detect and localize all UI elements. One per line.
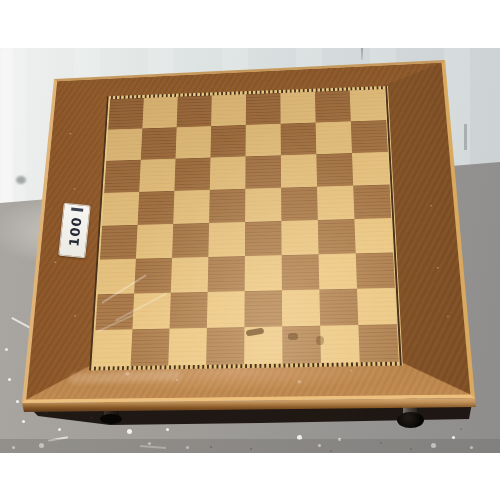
wall-smudge [16, 176, 26, 184]
lot-number: 100 [48, 215, 104, 247]
board-square [281, 154, 317, 188]
board-square [141, 127, 177, 159]
board-square [210, 125, 245, 158]
board-square [358, 324, 398, 362]
board-square [98, 259, 136, 295]
board-square [282, 326, 321, 364]
chess-board [89, 86, 403, 370]
board-square [102, 192, 139, 226]
board-square [207, 291, 245, 328]
board-square [316, 153, 353, 187]
board-square [320, 325, 360, 363]
board-square [138, 191, 175, 225]
board-square [171, 257, 209, 293]
board-square [351, 120, 388, 153]
letterbox-top [0, 0, 500, 48]
floor-shade [0, 439, 500, 453]
board-square [106, 128, 142, 160]
board-square [172, 223, 209, 258]
board-square [245, 221, 282, 256]
wall-bright-strip [0, 48, 13, 216]
photo: 100 [0, 0, 500, 500]
board-square [176, 126, 212, 159]
board-square [170, 292, 208, 329]
table-leg-foot [100, 414, 122, 424]
board-square [352, 152, 390, 186]
letterbox-bottom [0, 453, 500, 500]
paint-splatter [8, 378, 11, 381]
board-square [357, 288, 397, 325]
board-square [281, 123, 317, 156]
board-square [136, 224, 173, 259]
lot-number-sticker: 100 [58, 203, 90, 259]
board-square [318, 219, 356, 254]
board-square [317, 186, 354, 220]
board-square [134, 258, 172, 294]
board-square [142, 97, 177, 129]
table-leg-foot [397, 412, 424, 428]
board-square [210, 156, 246, 189]
board-square [208, 256, 245, 292]
board-square [132, 293, 170, 330]
board-square [353, 185, 391, 219]
board-square [208, 222, 245, 257]
board-square [206, 327, 244, 365]
board-square [245, 155, 281, 188]
board-square [280, 92, 315, 124]
board-square [282, 254, 320, 290]
board-square [93, 329, 132, 366]
board-square [168, 328, 207, 366]
board-square [319, 289, 358, 326]
chess-board-grid [93, 89, 399, 366]
board-square [281, 187, 318, 221]
board-square [245, 255, 282, 291]
board-scuff [316, 336, 324, 345]
board-square [131, 329, 170, 366]
board-scuff [288, 333, 298, 340]
wall-smudge [464, 124, 467, 150]
board-square [315, 90, 351, 122]
board-square [281, 220, 318, 255]
board-square [246, 93, 281, 125]
board-square [209, 189, 245, 223]
board-square [354, 218, 393, 253]
board-square [244, 290, 282, 327]
board-square [100, 225, 138, 260]
sticker-mark [71, 208, 83, 212]
board-square [350, 89, 387, 121]
board-square [108, 98, 144, 130]
board-square [356, 252, 395, 288]
board-square [174, 158, 210, 191]
board-square [319, 253, 357, 289]
board-square [245, 188, 281, 222]
board-square [104, 160, 141, 193]
board-square [177, 95, 212, 127]
board-square [282, 289, 320, 326]
board-square [211, 94, 246, 126]
board-square [139, 159, 175, 192]
board-square [173, 190, 210, 224]
board-square [316, 121, 352, 154]
board-square [246, 124, 281, 157]
